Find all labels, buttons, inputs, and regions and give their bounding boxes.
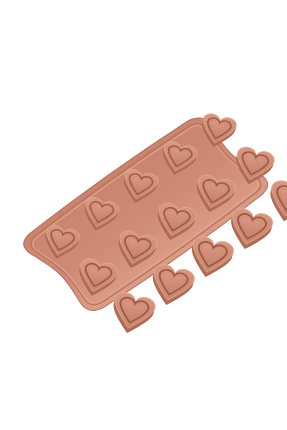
product-photo [0,0,287,430]
mold-tray [12,108,279,321]
